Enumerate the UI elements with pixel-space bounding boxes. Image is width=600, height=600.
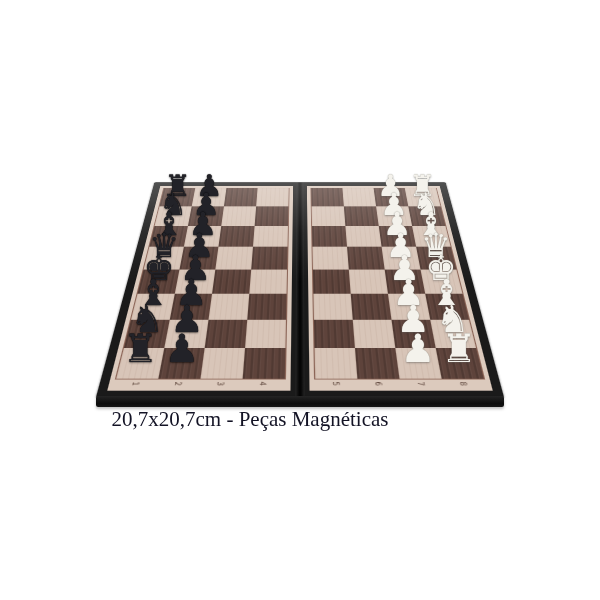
coordinate-label: 4 — [255, 369, 271, 400]
board-square — [249, 269, 287, 293]
chess-board: 1234 5678 — [96, 182, 504, 397]
board-square — [164, 320, 208, 348]
board-square — [347, 247, 385, 269]
board-square — [405, 188, 441, 206]
board-square — [312, 247, 348, 269]
board-square — [353, 320, 396, 348]
board-square — [212, 269, 251, 293]
board-square — [313, 293, 352, 319]
board-square — [382, 247, 421, 269]
board-square — [205, 320, 248, 348]
hinge-fold-gap — [295, 182, 305, 397]
board-square — [144, 247, 184, 269]
coordinate-label: 3 — [212, 369, 229, 400]
board-square — [184, 226, 221, 247]
board-panel-right: 5678 — [307, 186, 493, 391]
board-square — [256, 188, 289, 206]
board-square — [188, 206, 224, 225]
board-square — [349, 269, 388, 293]
case-side-edge — [96, 396, 504, 407]
board-square — [379, 226, 416, 247]
board-square — [385, 269, 426, 293]
squares-right — [311, 188, 484, 378]
coordinate-label: 5 — [329, 369, 345, 400]
board-square — [312, 206, 346, 225]
board-square — [170, 293, 212, 319]
product-photo: 1234 5678 ♜♞♝♛♚♝♞♜♟♟♟♟♟♟♟♟♟♟♟♟♟♟♟♟♜♞♝♛♚♝… — [0, 0, 600, 600]
board-panel-left: 1234 — [107, 186, 293, 391]
board-half-left: 1234 — [96, 182, 300, 397]
board-square — [149, 226, 188, 247]
board-square — [344, 206, 379, 225]
board-square — [351, 293, 392, 319]
board-square — [138, 269, 180, 293]
board-square — [155, 206, 192, 225]
board-square — [376, 206, 412, 225]
board-square — [345, 226, 381, 247]
board-square — [311, 188, 344, 206]
caption: 20,7x20,7cm - Peças Magnéticas — [88, 407, 412, 432]
board-square — [312, 226, 347, 247]
board-square — [416, 247, 456, 269]
board-square — [430, 320, 476, 348]
board-square — [420, 269, 462, 293]
board-square — [247, 293, 286, 319]
board-square — [218, 226, 254, 247]
board-square — [221, 206, 256, 225]
board-square — [342, 188, 376, 206]
board-square — [391, 320, 435, 348]
board-square — [159, 188, 195, 206]
board-square — [388, 293, 430, 319]
coords-right: 5678 — [315, 379, 486, 389]
board-square — [180, 247, 219, 269]
board-square — [192, 188, 227, 206]
board-square — [224, 188, 258, 206]
board-square — [245, 320, 286, 348]
board-half-right: 5678 — [300, 182, 504, 397]
board-square — [215, 247, 253, 269]
board-square — [124, 320, 170, 348]
coords-left: 1234 — [114, 379, 285, 389]
board-scene: 1234 5678 — [0, 0, 600, 600]
board-square — [313, 269, 351, 293]
board-square — [251, 247, 287, 269]
board-square — [412, 226, 451, 247]
board-square — [175, 269, 216, 293]
squares-left — [116, 188, 289, 378]
board-square — [253, 226, 288, 247]
board-square — [374, 188, 409, 206]
board-square — [314, 320, 355, 348]
board-square — [131, 293, 175, 319]
board-square — [425, 293, 469, 319]
board-square — [408, 206, 445, 225]
board-square — [255, 206, 289, 225]
board-square — [209, 293, 250, 319]
